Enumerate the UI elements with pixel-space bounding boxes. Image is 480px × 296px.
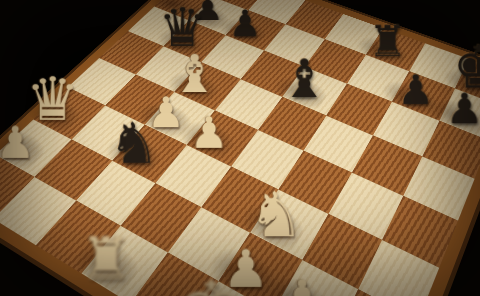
piece-black-knight-c3: ♞ bbox=[49, 115, 218, 171]
square-f1: ♚ bbox=[183, 281, 273, 296]
chess-board: ♜♚♟♟♟♟♟♛♝♝♟♟♛♞♞♟♟♟♟♜♚♜ bbox=[0, 0, 480, 296]
piece-white-king-f1: ♚ bbox=[106, 271, 317, 296]
piece-white-knight-f3: ♞ bbox=[183, 184, 369, 246]
piece-black-pawn-h7: ♟ bbox=[384, 88, 480, 130]
chess-photo-scene: ♜♚♟♟♟♟♟♛♝♝♟♟♛♞♞♟♟♟♟♜♚♜ bbox=[0, 0, 480, 296]
